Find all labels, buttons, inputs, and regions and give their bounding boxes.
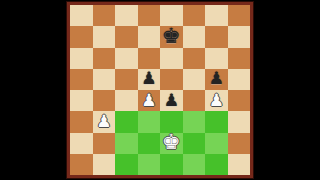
square-g6[interactable] xyxy=(205,48,228,69)
square-e5[interactable] xyxy=(160,69,183,90)
square-a3[interactable] xyxy=(70,111,93,132)
square-f8[interactable] xyxy=(183,5,206,26)
square-f1[interactable] xyxy=(183,154,206,175)
square-f2[interactable] xyxy=(183,133,206,154)
square-a6[interactable] xyxy=(70,48,93,69)
square-d5[interactable]: ♟ xyxy=(138,69,161,90)
square-a4[interactable] xyxy=(70,90,93,111)
square-a8[interactable] xyxy=(70,5,93,26)
square-a2[interactable] xyxy=(70,133,93,154)
square-b5[interactable] xyxy=(93,69,116,90)
square-g5[interactable]: ♟ xyxy=(205,69,228,90)
square-h1[interactable] xyxy=(228,154,251,175)
square-f3[interactable] xyxy=(183,111,206,132)
square-c5[interactable] xyxy=(115,69,138,90)
square-e4[interactable]: ♟ xyxy=(160,90,183,111)
piece-black-king-e7[interactable]: ♚ xyxy=(160,26,183,47)
square-a5[interactable] xyxy=(70,69,93,90)
square-e7[interactable]: ♚ xyxy=(160,26,183,47)
square-g4[interactable]: ♟ xyxy=(205,90,228,111)
square-c1[interactable] xyxy=(115,154,138,175)
square-d4[interactable]: ♟ xyxy=(138,90,161,111)
chess-board: ♚♟♟♟♟♟♟♚ xyxy=(70,5,250,175)
square-d6[interactable] xyxy=(138,48,161,69)
square-c6[interactable] xyxy=(115,48,138,69)
piece-white-pawn-g4[interactable]: ♟ xyxy=(205,90,228,111)
square-h4[interactable] xyxy=(228,90,251,111)
square-h6[interactable] xyxy=(228,48,251,69)
square-h5[interactable] xyxy=(228,69,251,90)
square-b6[interactable] xyxy=(93,48,116,69)
chess-board-frame: ♚♟♟♟♟♟♟♚ xyxy=(67,2,253,178)
square-d1[interactable] xyxy=(138,154,161,175)
square-h3[interactable] xyxy=(228,111,251,132)
square-b4[interactable] xyxy=(93,90,116,111)
square-e1[interactable] xyxy=(160,154,183,175)
square-d3[interactable] xyxy=(138,111,161,132)
square-b1[interactable] xyxy=(93,154,116,175)
square-e6[interactable] xyxy=(160,48,183,69)
square-d2[interactable] xyxy=(138,133,161,154)
square-c8[interactable] xyxy=(115,5,138,26)
square-g8[interactable] xyxy=(205,5,228,26)
square-h8[interactable] xyxy=(228,5,251,26)
square-f5[interactable] xyxy=(183,69,206,90)
piece-black-pawn-g5[interactable]: ♟ xyxy=(205,69,228,90)
square-f6[interactable] xyxy=(183,48,206,69)
square-c3[interactable] xyxy=(115,111,138,132)
square-c4[interactable] xyxy=(115,90,138,111)
square-g1[interactable] xyxy=(205,154,228,175)
square-b7[interactable] xyxy=(93,26,116,47)
square-h7[interactable] xyxy=(228,26,251,47)
piece-white-pawn-b3[interactable]: ♟ xyxy=(93,111,116,132)
square-a1[interactable] xyxy=(70,154,93,175)
square-f7[interactable] xyxy=(183,26,206,47)
square-c2[interactable] xyxy=(115,133,138,154)
square-h2[interactable] xyxy=(228,133,251,154)
square-b3[interactable]: ♟ xyxy=(93,111,116,132)
square-b8[interactable] xyxy=(93,5,116,26)
square-d8[interactable] xyxy=(138,5,161,26)
square-e2[interactable]: ♚ xyxy=(160,133,183,154)
square-g3[interactable] xyxy=(205,111,228,132)
square-g7[interactable] xyxy=(205,26,228,47)
square-a7[interactable] xyxy=(70,26,93,47)
piece-white-pawn-d4[interactable]: ♟ xyxy=(138,90,161,111)
square-g2[interactable] xyxy=(205,133,228,154)
letterbox-background: ♚♟♟♟♟♟♟♚ xyxy=(0,0,320,180)
square-c7[interactable] xyxy=(115,26,138,47)
square-f4[interactable] xyxy=(183,90,206,111)
piece-black-pawn-e4[interactable]: ♟ xyxy=(160,90,183,111)
square-b2[interactable] xyxy=(93,133,116,154)
piece-white-king-e2[interactable]: ♚ xyxy=(160,133,183,154)
piece-black-pawn-d5[interactable]: ♟ xyxy=(138,69,161,90)
square-d7[interactable] xyxy=(138,26,161,47)
